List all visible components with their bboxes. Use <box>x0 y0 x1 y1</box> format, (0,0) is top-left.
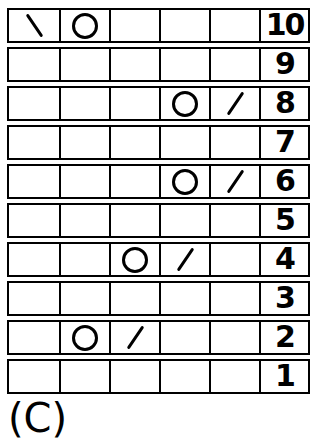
chart-cell <box>9 205 59 236</box>
chart-row: 7 <box>7 125 310 160</box>
chart-row: 9 <box>7 47 310 82</box>
chart-cell <box>159 166 209 197</box>
chart-cell <box>209 127 259 158</box>
k2tog-symbol <box>176 247 194 271</box>
chart-row: 5 <box>7 203 310 238</box>
chart-cell <box>109 49 159 80</box>
chart-cell <box>109 322 159 353</box>
yo-symbol <box>122 247 148 273</box>
yo-symbol <box>172 169 198 195</box>
row-number: 4 <box>259 244 308 275</box>
chart-cell <box>59 49 109 80</box>
row-number: 10 <box>259 10 308 41</box>
chart-cell <box>109 10 159 41</box>
chart-row: 4 <box>7 242 310 277</box>
chart-cell <box>209 88 259 119</box>
k2tog-symbol <box>226 91 244 115</box>
chart-row: 1 <box>7 359 310 394</box>
chart-cell <box>9 283 59 314</box>
chart-cell <box>209 283 259 314</box>
chart-cell <box>109 127 159 158</box>
chart-cell <box>59 205 109 236</box>
row-number: 3 <box>259 283 308 314</box>
k2tog-symbol <box>126 325 144 349</box>
chart-cell <box>209 322 259 353</box>
chart-cell <box>159 283 209 314</box>
chart-cell <box>159 361 209 392</box>
knitting-chart: 10987654321 (C) <box>0 0 321 438</box>
chart-cell <box>109 283 159 314</box>
chart-cell <box>59 322 109 353</box>
chart-cell <box>9 361 59 392</box>
chart-cell <box>209 10 259 41</box>
row-number: 2 <box>259 322 308 353</box>
ssk-symbol <box>25 13 43 37</box>
row-number: 8 <box>259 88 308 119</box>
chart-cell <box>109 361 159 392</box>
chart-cell <box>159 127 209 158</box>
chart-cell <box>59 88 109 119</box>
yo-symbol <box>72 13 98 39</box>
chart-cell <box>159 244 209 275</box>
chart-cell <box>9 49 59 80</box>
chart-cell <box>9 127 59 158</box>
chart-cell <box>159 322 209 353</box>
chart-row: 3 <box>7 281 310 316</box>
chart-cell <box>209 49 259 80</box>
row-number: 9 <box>259 49 308 80</box>
row-number: 1 <box>259 361 308 392</box>
row-number: 5 <box>259 205 308 236</box>
chart-cell <box>159 205 209 236</box>
chart-cell <box>9 10 59 41</box>
caption: (C) <box>8 398 321 438</box>
chart-cell <box>59 244 109 275</box>
chart-cell <box>59 283 109 314</box>
chart-cell <box>209 244 259 275</box>
chart-cell <box>109 244 159 275</box>
chart-cell <box>59 10 109 41</box>
chart-cell <box>9 88 59 119</box>
chart-row: 8 <box>7 86 310 121</box>
chart-cell <box>159 49 209 80</box>
chart-cell <box>209 205 259 236</box>
row-number: 6 <box>259 166 308 197</box>
chart-cell <box>59 127 109 158</box>
chart-cell <box>9 166 59 197</box>
yo-symbol <box>172 91 198 117</box>
chart-cell <box>159 10 209 41</box>
chart-cell <box>109 166 159 197</box>
chart-cell <box>159 88 209 119</box>
chart-cell <box>209 166 259 197</box>
chart-row: 2 <box>7 320 310 355</box>
chart-cell <box>109 205 159 236</box>
chart-row: 6 <box>7 164 310 199</box>
chart-row: 10 <box>7 8 310 43</box>
yo-symbol <box>72 325 98 351</box>
chart-cell <box>209 361 259 392</box>
row-number: 7 <box>259 127 308 158</box>
chart-cell <box>59 166 109 197</box>
chart-cell <box>9 244 59 275</box>
chart-grid: 10987654321 <box>7 8 321 394</box>
k2tog-symbol <box>226 169 244 193</box>
chart-cell <box>109 88 159 119</box>
chart-cell <box>9 322 59 353</box>
chart-cell <box>59 361 109 392</box>
